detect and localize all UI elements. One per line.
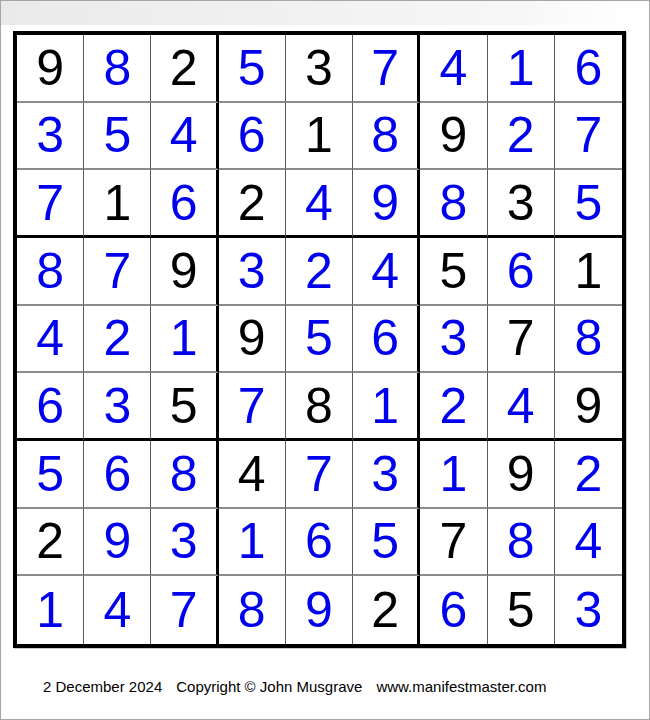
sudoku-cell-r6c5: 8 [286, 373, 353, 441]
sudoku-cell-r7c2: 6 [84, 441, 151, 509]
sudoku-cell-r3c7: 8 [420, 170, 487, 238]
sudoku-cell-r7c9: 2 [555, 441, 622, 509]
sudoku-cell-r5c1: 4 [17, 306, 84, 374]
sudoku-cell-r3c5: 4 [286, 170, 353, 238]
sudoku-cell-r1c7: 4 [420, 35, 487, 103]
sudoku-cell-r1c6: 7 [353, 35, 420, 103]
sudoku-cell-r7c3: 8 [151, 441, 218, 509]
sudoku-cell-r8c5: 6 [286, 509, 353, 577]
sudoku-cell-r9c8: 5 [488, 576, 555, 644]
sudoku-cell-r7c4: 4 [219, 441, 286, 509]
footer-date: 2 December 2024 [43, 678, 162, 695]
sudoku-cell-r5c4: 9 [219, 306, 286, 374]
sudoku-cell-r6c1: 6 [17, 373, 84, 441]
sudoku-cell-r2c4: 6 [219, 103, 286, 171]
sudoku-cell-r7c7: 1 [420, 441, 487, 509]
sudoku-cell-r7c1: 5 [17, 441, 84, 509]
sudoku-cell-r7c8: 9 [488, 441, 555, 509]
footer-website: www.manifestmaster.com [376, 678, 546, 695]
sudoku-cell-r5c5: 5 [286, 306, 353, 374]
sudoku-cell-r3c8: 3 [488, 170, 555, 238]
sudoku-cell-r7c6: 3 [353, 441, 420, 509]
sudoku-cell-r2c5: 1 [286, 103, 353, 171]
sudoku-cell-r4c5: 2 [286, 238, 353, 306]
sudoku-cell-r4c6: 4 [353, 238, 420, 306]
sudoku-cell-r9c3: 7 [151, 576, 218, 644]
page: 9825374163546189277162498358793245614219… [0, 0, 650, 720]
sudoku-cell-r4c9: 1 [555, 238, 622, 306]
sudoku-cell-r6c9: 9 [555, 373, 622, 441]
window-top-strip [1, 1, 649, 25]
sudoku-cell-r2c1: 3 [17, 103, 84, 171]
sudoku-cell-r1c3: 2 [151, 35, 218, 103]
footer-copyright: Copyright © John Musgrave [176, 678, 362, 695]
sudoku-cell-r8c6: 5 [353, 509, 420, 577]
sudoku-cell-r5c2: 2 [84, 306, 151, 374]
sudoku-cell-r4c8: 6 [488, 238, 555, 306]
sudoku-cell-r9c4: 8 [219, 576, 286, 644]
sudoku-cell-r4c7: 5 [420, 238, 487, 306]
sudoku-cell-r5c3: 1 [151, 306, 218, 374]
footer: 2 December 2024 Copyright © John Musgrav… [43, 678, 546, 695]
sudoku-cell-r8c1: 2 [17, 509, 84, 577]
sudoku-cell-r1c2: 8 [84, 35, 151, 103]
sudoku-cell-r5c9: 8 [555, 306, 622, 374]
sudoku-cell-r9c5: 9 [286, 576, 353, 644]
sudoku-cell-r2c9: 7 [555, 103, 622, 171]
sudoku-cell-r9c1: 1 [17, 576, 84, 644]
sudoku-cell-r4c3: 9 [151, 238, 218, 306]
sudoku-cell-r8c8: 8 [488, 509, 555, 577]
sudoku-cell-r3c1: 7 [17, 170, 84, 238]
sudoku-cell-r1c5: 3 [286, 35, 353, 103]
sudoku-cell-r6c7: 2 [420, 373, 487, 441]
sudoku-cell-r4c4: 3 [219, 238, 286, 306]
sudoku-cell-r8c9: 4 [555, 509, 622, 577]
sudoku-cell-r9c2: 4 [84, 576, 151, 644]
sudoku-cell-r9c7: 6 [420, 576, 487, 644]
sudoku-cell-r5c6: 6 [353, 306, 420, 374]
sudoku-cell-r4c2: 7 [84, 238, 151, 306]
sudoku-cell-r2c2: 5 [84, 103, 151, 171]
sudoku-cell-r2c7: 9 [420, 103, 487, 171]
sudoku-cell-r6c3: 5 [151, 373, 218, 441]
sudoku-cell-r4c1: 8 [17, 238, 84, 306]
sudoku-cell-r1c1: 9 [17, 35, 84, 103]
sudoku-cell-r6c2: 3 [84, 373, 151, 441]
sudoku-cell-r1c9: 6 [555, 35, 622, 103]
sudoku-cell-r6c6: 1 [353, 373, 420, 441]
sudoku-cell-r5c8: 7 [488, 306, 555, 374]
sudoku-cell-r6c4: 7 [219, 373, 286, 441]
sudoku-cell-r1c4: 5 [219, 35, 286, 103]
sudoku-cell-r3c6: 9 [353, 170, 420, 238]
sudoku-cell-r9c6: 2 [353, 576, 420, 644]
sudoku-cell-r8c7: 7 [420, 509, 487, 577]
sudoku-board: 9825374163546189277162498358793245614219… [13, 31, 626, 648]
sudoku-cell-r1c8: 1 [488, 35, 555, 103]
sudoku-cell-r8c2: 9 [84, 509, 151, 577]
sudoku-cell-r7c5: 7 [286, 441, 353, 509]
sudoku-cell-r2c3: 4 [151, 103, 218, 171]
sudoku-cell-r5c7: 3 [420, 306, 487, 374]
sudoku-cell-r8c3: 3 [151, 509, 218, 577]
sudoku-cell-r6c8: 4 [488, 373, 555, 441]
sudoku-cell-r3c2: 1 [84, 170, 151, 238]
sudoku-cell-r2c6: 8 [353, 103, 420, 171]
sudoku-cell-r8c4: 1 [219, 509, 286, 577]
sudoku-cell-r2c8: 2 [488, 103, 555, 171]
sudoku-cell-r3c9: 5 [555, 170, 622, 238]
sudoku-cell-r3c4: 2 [219, 170, 286, 238]
sudoku-cell-r3c3: 6 [151, 170, 218, 238]
sudoku-cell-r9c9: 3 [555, 576, 622, 644]
